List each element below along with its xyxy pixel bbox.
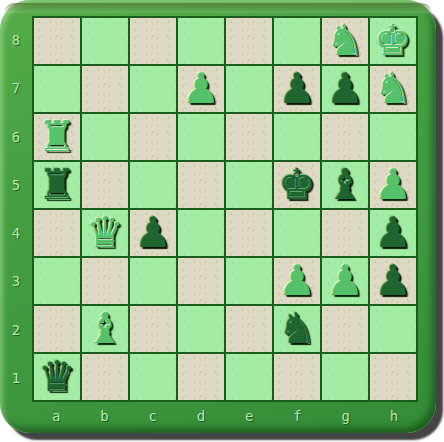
square-c2[interactable] bbox=[130, 306, 176, 352]
square-g2[interactable] bbox=[322, 306, 368, 352]
file-labels: abcdefgh bbox=[32, 403, 418, 429]
black-pawn-c4[interactable]: ♟ bbox=[134, 211, 172, 255]
square-h1[interactable] bbox=[370, 354, 416, 400]
square-c6[interactable] bbox=[130, 114, 176, 160]
white-queen-b4[interactable]: ♛ bbox=[86, 211, 124, 255]
black-pawn-g7[interactable]: ♟ bbox=[326, 67, 364, 111]
square-c7[interactable] bbox=[130, 66, 176, 112]
square-a3[interactable] bbox=[34, 258, 80, 304]
square-d2[interactable] bbox=[178, 306, 224, 352]
square-g6[interactable] bbox=[322, 114, 368, 160]
square-c8[interactable] bbox=[130, 18, 176, 64]
file-label-c: c bbox=[129, 403, 177, 429]
white-pawn-d7[interactable]: ♟ bbox=[182, 67, 220, 111]
square-b2[interactable]: ♝ bbox=[82, 306, 128, 352]
square-d1[interactable] bbox=[178, 354, 224, 400]
square-h5[interactable]: ♟ bbox=[370, 162, 416, 208]
file-label-h: h bbox=[370, 403, 418, 429]
square-f4[interactable] bbox=[274, 210, 320, 256]
square-h8[interactable]: ♚ bbox=[370, 18, 416, 64]
board-grid: ♞♚♟♟♟♞♜♜♚♝♟♛♟♟♟♟♟♝♞♛ bbox=[32, 16, 418, 402]
square-b7[interactable] bbox=[82, 66, 128, 112]
black-pawn-h3[interactable]: ♟ bbox=[374, 259, 412, 303]
rank-label-3: 3 bbox=[0, 257, 32, 305]
square-e6[interactable] bbox=[226, 114, 272, 160]
square-b6[interactable] bbox=[82, 114, 128, 160]
square-a6[interactable]: ♜ bbox=[34, 114, 80, 160]
black-pawn-f7[interactable]: ♟ bbox=[278, 67, 316, 111]
square-g7[interactable]: ♟ bbox=[322, 66, 368, 112]
square-h6[interactable] bbox=[370, 114, 416, 160]
black-knight-f2[interactable]: ♞ bbox=[278, 307, 316, 351]
square-e4[interactable] bbox=[226, 210, 272, 256]
rank-label-8: 8 bbox=[0, 16, 32, 64]
square-g1[interactable] bbox=[322, 354, 368, 400]
square-d6[interactable] bbox=[178, 114, 224, 160]
square-f3[interactable]: ♟ bbox=[274, 258, 320, 304]
square-h7[interactable]: ♞ bbox=[370, 66, 416, 112]
square-d4[interactable] bbox=[178, 210, 224, 256]
rank-label-4: 4 bbox=[0, 209, 32, 257]
square-a1[interactable]: ♛ bbox=[34, 354, 80, 400]
square-e5[interactable] bbox=[226, 162, 272, 208]
square-d7[interactable]: ♟ bbox=[178, 66, 224, 112]
square-b8[interactable] bbox=[82, 18, 128, 64]
square-e1[interactable] bbox=[226, 354, 272, 400]
white-bishop-b2[interactable]: ♝ bbox=[86, 307, 124, 351]
square-a2[interactable] bbox=[34, 306, 80, 352]
square-g3[interactable]: ♟ bbox=[322, 258, 368, 304]
white-pawn-f3[interactable]: ♟ bbox=[278, 259, 316, 303]
rank-label-6: 6 bbox=[0, 113, 32, 161]
square-a7[interactable] bbox=[34, 66, 80, 112]
rank-label-5: 5 bbox=[0, 161, 32, 209]
black-king-f5[interactable]: ♚ bbox=[278, 163, 316, 207]
square-a4[interactable] bbox=[34, 210, 80, 256]
square-d8[interactable] bbox=[178, 18, 224, 64]
square-h4[interactable]: ♟ bbox=[370, 210, 416, 256]
square-c4[interactable]: ♟ bbox=[130, 210, 176, 256]
file-label-g: g bbox=[322, 403, 370, 429]
rank-labels: 87654321 bbox=[0, 16, 32, 402]
file-label-b: b bbox=[80, 403, 128, 429]
square-f2[interactable]: ♞ bbox=[274, 306, 320, 352]
square-g4[interactable] bbox=[322, 210, 368, 256]
square-c3[interactable] bbox=[130, 258, 176, 304]
square-e3[interactable] bbox=[226, 258, 272, 304]
square-h2[interactable] bbox=[370, 306, 416, 352]
square-b5[interactable] bbox=[82, 162, 128, 208]
square-e2[interactable] bbox=[226, 306, 272, 352]
square-a8[interactable] bbox=[34, 18, 80, 64]
file-label-e: e bbox=[225, 403, 273, 429]
square-b4[interactable]: ♛ bbox=[82, 210, 128, 256]
chess-app: 87654321 ♞♚♟♟♟♞♜♜♚♝♟♛♟♟♟♟♟♝♞♛ abcdefgh bbox=[0, 0, 444, 442]
white-knight-g8[interactable]: ♞ bbox=[326, 19, 364, 63]
file-label-d: d bbox=[177, 403, 225, 429]
square-f1[interactable] bbox=[274, 354, 320, 400]
white-pawn-h5[interactable]: ♟ bbox=[374, 163, 412, 207]
square-f5[interactable]: ♚ bbox=[274, 162, 320, 208]
white-rook-a6[interactable]: ♜ bbox=[38, 115, 76, 159]
square-b1[interactable] bbox=[82, 354, 128, 400]
square-e7[interactable] bbox=[226, 66, 272, 112]
square-e8[interactable] bbox=[226, 18, 272, 64]
square-b3[interactable] bbox=[82, 258, 128, 304]
square-f7[interactable]: ♟ bbox=[274, 66, 320, 112]
black-bishop-g5[interactable]: ♝ bbox=[326, 163, 364, 207]
square-a5[interactable]: ♜ bbox=[34, 162, 80, 208]
black-queen-a1[interactable]: ♛ bbox=[38, 355, 76, 399]
square-g8[interactable]: ♞ bbox=[322, 18, 368, 64]
white-pawn-g3[interactable]: ♟ bbox=[326, 259, 364, 303]
square-d5[interactable] bbox=[178, 162, 224, 208]
file-label-a: a bbox=[32, 403, 80, 429]
black-rook-a5[interactable]: ♜ bbox=[38, 163, 76, 207]
rank-label-7: 7 bbox=[0, 64, 32, 112]
square-c5[interactable] bbox=[130, 162, 176, 208]
square-g5[interactable]: ♝ bbox=[322, 162, 368, 208]
black-pawn-h4[interactable]: ♟ bbox=[374, 211, 412, 255]
white-king-h8[interactable]: ♚ bbox=[374, 19, 412, 63]
square-d3[interactable] bbox=[178, 258, 224, 304]
square-f8[interactable] bbox=[274, 18, 320, 64]
rank-label-2: 2 bbox=[0, 306, 32, 354]
square-h3[interactable]: ♟ bbox=[370, 258, 416, 304]
square-f6[interactable] bbox=[274, 114, 320, 160]
white-knight-h7[interactable]: ♞ bbox=[374, 67, 412, 111]
rank-label-1: 1 bbox=[0, 354, 32, 402]
square-c1[interactable] bbox=[130, 354, 176, 400]
file-label-f: f bbox=[273, 403, 321, 429]
